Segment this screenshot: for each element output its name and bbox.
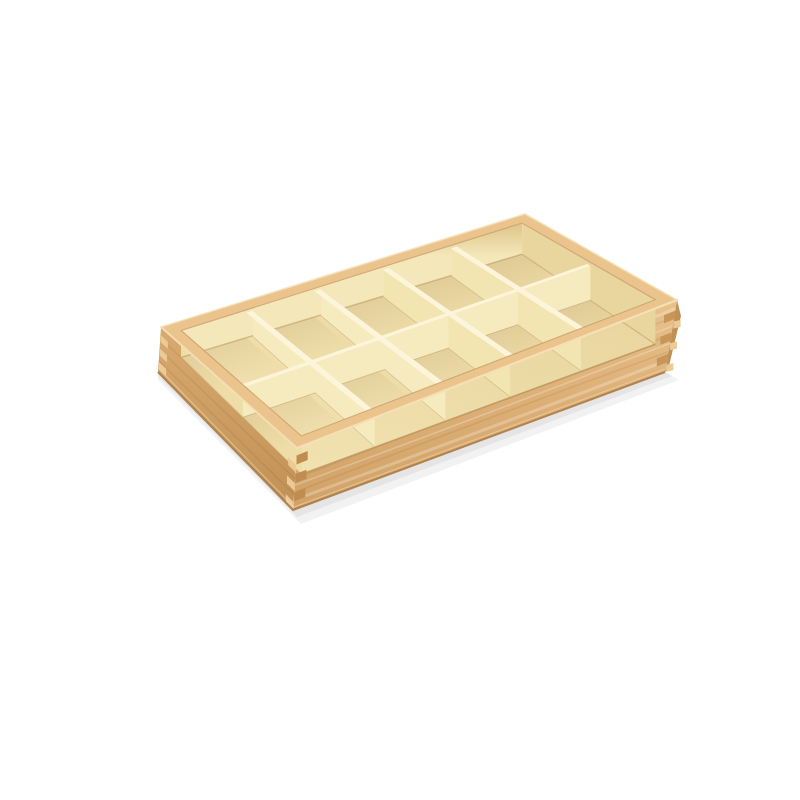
wooden-sorting-box-photo [0, 0, 800, 800]
product-photo-stage [0, 0, 800, 800]
